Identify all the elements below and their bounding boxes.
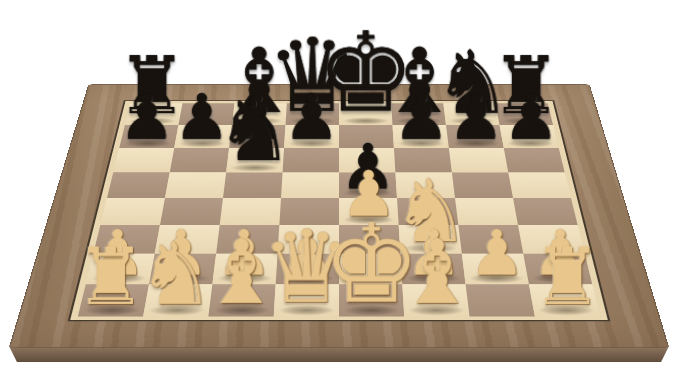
piece-white-rook-a1: ♜	[76, 242, 146, 314]
piece-white-pawn-g2: ♟	[469, 224, 525, 282]
piece-shadow	[236, 118, 281, 125]
piece-shadow	[231, 164, 279, 171]
piece-shadow	[452, 140, 499, 147]
piece-shadow	[124, 140, 171, 147]
board-front-edge	[9, 346, 669, 362]
square-e7	[339, 125, 394, 148]
square-c6: ♞	[226, 148, 284, 172]
square-a8: ♜	[125, 103, 183, 125]
piece-shadow	[449, 118, 495, 125]
square-c5	[223, 172, 283, 198]
square-h8: ♜	[496, 103, 554, 125]
piece-white-rook-h1: ♜	[532, 242, 602, 314]
square-b5	[165, 172, 226, 198]
piece-black-knight-g8: ♞	[433, 43, 512, 124]
square-h1: ♜	[529, 284, 600, 316]
piece-shadow	[398, 140, 445, 147]
square-a7: ♟	[119, 125, 178, 148]
square-d5	[281, 172, 339, 198]
piece-shadow	[129, 118, 175, 125]
square-g7: ♟	[446, 125, 504, 148]
piece-black-pawn-a7: ♟	[119, 88, 176, 146]
square-f7: ♟	[393, 125, 449, 148]
piece-shadow	[234, 140, 281, 147]
square-d6	[283, 148, 339, 172]
piece-black-pawn-h7: ♟	[503, 88, 560, 146]
board-grid: ♜♝♛♚♝♞♜♟♟♟♟♟♟♟♞♟♟♞♟♟♟♟♟♟♟♜♞♝♛♚♝♜	[78, 103, 600, 316]
piece-shadow	[179, 140, 226, 147]
square-a5	[107, 172, 170, 198]
piece-black-pawn-d7: ♟	[283, 88, 340, 146]
piece-black-pawn-c7: ♟	[228, 88, 285, 146]
piece-shadow	[290, 118, 335, 125]
piece-black-bishop-c8: ♝	[219, 41, 299, 123]
square-h6	[504, 148, 565, 172]
piece-white-king-e1: ♚	[323, 214, 420, 314]
piece-shadow	[396, 118, 441, 125]
square-h5	[508, 172, 571, 198]
piece-shadow	[507, 140, 554, 147]
piece-shadow	[502, 118, 548, 125]
square-g8: ♞	[443, 103, 499, 125]
square-e1: ♚	[339, 284, 404, 316]
square-a6	[113, 148, 174, 172]
product-photo-scene: ♜♝♛♚♝♞♜♟♟♟♟♟♟♟♞♟♟♞♟♟♟♟♟♟♟♜♞♝♛♚♝♜	[0, 0, 678, 381]
chess-board: ♜♝♛♚♝♞♜♟♟♟♟♟♟♟♞♟♟♞♟♟♟♟♟♟♟♜♞♝♛♚♝♜	[9, 84, 670, 348]
piece-black-bishop-f8: ♝	[379, 41, 459, 123]
square-b8	[178, 103, 234, 125]
square-c7: ♟	[229, 125, 285, 148]
square-d8: ♛	[285, 103, 339, 125]
square-d7: ♟	[284, 125, 339, 148]
piece-black-king-e8: ♚	[316, 22, 415, 123]
board-maple-border: ♜♝♛♚♝♞♜♟♟♟♟♟♟♟♞♟♟♞♟♟♟♟♟♟♟♜♞♝♛♚♝♜	[68, 100, 611, 321]
piece-white-knight-b1: ♞	[137, 234, 215, 314]
piece-black-knight-c6: ♞	[215, 90, 293, 170]
piece-black-pawn-f7: ♟	[393, 88, 450, 146]
piece-black-rook-a8: ♜	[116, 50, 187, 123]
piece-black-queen-d8: ♛	[267, 29, 358, 123]
piece-shadow	[289, 140, 335, 147]
square-f8: ♝	[391, 103, 446, 125]
square-b6	[170, 148, 229, 172]
square-h7: ♟	[500, 125, 559, 148]
square-e8: ♚	[339, 103, 393, 125]
square-c8: ♝	[232, 103, 287, 125]
square-b7: ♟	[174, 125, 232, 148]
piece-black-pawn-g7: ♟	[448, 88, 505, 146]
piece-black-rook-h8: ♜	[490, 50, 561, 123]
piece-shadow	[343, 118, 388, 125]
square-b1: ♞	[143, 284, 212, 316]
piece-black-pawn-b7: ♟	[174, 88, 231, 146]
